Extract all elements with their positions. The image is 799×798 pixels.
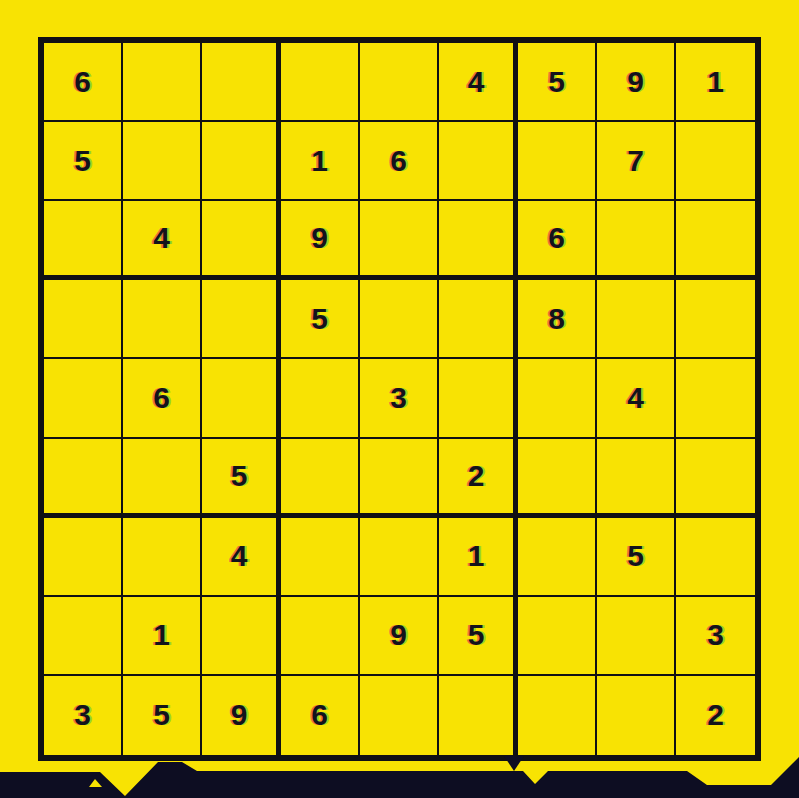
cell-r7c4[interactable] — [281, 518, 360, 597]
cell-r8c7[interactable] — [518, 597, 597, 676]
given-digit: 8 — [548, 304, 565, 334]
cell-r1c7[interactable]: 5 — [518, 43, 597, 122]
cell-r4c4[interactable]: 5 — [281, 280, 360, 359]
band-notch-wedge — [504, 756, 524, 771]
given-digit: 4 — [627, 383, 644, 413]
cell-r1c1[interactable]: 6 — [44, 43, 123, 122]
cell-r3c5[interactable] — [360, 201, 439, 280]
cell-r1c5[interactable] — [360, 43, 439, 122]
cell-r3c7[interactable]: 6 — [518, 201, 597, 280]
cell-r7c3[interactable]: 4 — [202, 518, 281, 597]
cell-r7c9[interactable] — [676, 518, 755, 597]
cell-r4c3[interactable] — [202, 280, 281, 359]
given-digit: 5 — [231, 461, 248, 491]
cell-r9c1[interactable]: 3 — [44, 676, 123, 755]
given-digit: 4 — [153, 223, 170, 253]
cell-r3c4[interactable]: 9 — [281, 201, 360, 280]
cell-r5c6[interactable] — [439, 359, 518, 438]
cell-r2c7[interactable] — [518, 122, 597, 201]
sudoku-page: 6459151674965863452415195335962 — [0, 0, 799, 798]
cell-r3c2[interactable]: 4 — [123, 201, 202, 280]
cell-r8c5[interactable]: 9 — [360, 597, 439, 676]
cell-r2c9[interactable] — [676, 122, 755, 201]
cell-r4c7[interactable]: 8 — [518, 280, 597, 359]
cell-r6c7[interactable] — [518, 439, 597, 518]
cell-r1c6[interactable]: 4 — [439, 43, 518, 122]
cell-r7c7[interactable] — [518, 518, 597, 597]
cell-r7c2[interactable] — [123, 518, 202, 597]
cell-r8c1[interactable] — [44, 597, 123, 676]
cell-r3c1[interactable] — [44, 201, 123, 280]
cell-r5c2[interactable]: 6 — [123, 359, 202, 438]
cell-r8c3[interactable] — [202, 597, 281, 676]
cell-r4c2[interactable] — [123, 280, 202, 359]
given-digit: 6 — [311, 700, 328, 730]
cell-r4c8[interactable] — [597, 280, 676, 359]
cell-r9c4[interactable]: 6 — [281, 676, 360, 755]
cell-r5c7[interactable] — [518, 359, 597, 438]
cell-r6c8[interactable] — [597, 439, 676, 518]
cell-r3c3[interactable] — [202, 201, 281, 280]
cell-r9c6[interactable] — [439, 676, 518, 755]
cell-r9c3[interactable]: 9 — [202, 676, 281, 755]
given-digit: 5 — [311, 304, 328, 334]
cell-r5c1[interactable] — [44, 359, 123, 438]
cell-r2c5[interactable]: 6 — [360, 122, 439, 201]
given-digit: 1 — [311, 146, 328, 176]
cell-r8c4[interactable] — [281, 597, 360, 676]
sudoku-board: 6459151674965863452415195335962 — [38, 37, 761, 761]
cell-r9c7[interactable] — [518, 676, 597, 755]
given-digit: 6 — [548, 223, 565, 253]
band-dark-shape — [0, 757, 799, 798]
given-digit: 4 — [231, 541, 248, 571]
cell-r2c4[interactable]: 1 — [281, 122, 360, 201]
cell-r9c5[interactable] — [360, 676, 439, 755]
cell-r7c1[interactable] — [44, 518, 123, 597]
given-digit: 1 — [153, 620, 170, 650]
cell-r4c1[interactable] — [44, 280, 123, 359]
cell-r3c8[interactable] — [597, 201, 676, 280]
cell-r2c3[interactable] — [202, 122, 281, 201]
given-digit: 5 — [468, 620, 485, 650]
given-digit: 1 — [468, 541, 485, 571]
cell-r5c9[interactable] — [676, 359, 755, 438]
given-digit: 5 — [627, 541, 644, 571]
cell-r4c5[interactable] — [360, 280, 439, 359]
cell-r8c6[interactable]: 5 — [439, 597, 518, 676]
given-digit: 3 — [74, 700, 91, 730]
cell-r6c3[interactable]: 5 — [202, 439, 281, 518]
cell-r6c5[interactable] — [360, 439, 439, 518]
cell-r7c5[interactable] — [360, 518, 439, 597]
cell-r1c8[interactable]: 9 — [597, 43, 676, 122]
given-digit: 3 — [707, 620, 724, 650]
cell-r5c4[interactable] — [281, 359, 360, 438]
cell-r2c1[interactable]: 5 — [44, 122, 123, 201]
cell-r7c8[interactable]: 5 — [597, 518, 676, 597]
cell-r8c9[interactable]: 3 — [676, 597, 755, 676]
given-digit: 5 — [74, 146, 91, 176]
cell-r4c9[interactable] — [676, 280, 755, 359]
cell-r6c6[interactable]: 2 — [439, 439, 518, 518]
given-digit: 1 — [707, 67, 724, 97]
given-digit: 9 — [627, 67, 644, 97]
given-digit: 9 — [390, 620, 407, 650]
cell-r5c3[interactable] — [202, 359, 281, 438]
given-digit: 2 — [468, 461, 485, 491]
cell-r5c5[interactable]: 3 — [360, 359, 439, 438]
cell-r4c6[interactable] — [439, 280, 518, 359]
cell-r1c3[interactable] — [202, 43, 281, 122]
given-digit: 2 — [707, 700, 724, 730]
given-digit: 6 — [74, 67, 91, 97]
given-digit: 3 — [390, 383, 407, 413]
decorative-bottom-band — [0, 752, 799, 798]
cell-r7c6[interactable]: 1 — [439, 518, 518, 597]
given-digit: 5 — [153, 700, 170, 730]
cell-r3c9[interactable] — [676, 201, 755, 280]
cell-r2c2[interactable] — [123, 122, 202, 201]
cell-r5c8[interactable]: 4 — [597, 359, 676, 438]
cell-r6c9[interactable] — [676, 439, 755, 518]
given-digit: 7 — [627, 146, 644, 176]
given-digit: 6 — [390, 146, 407, 176]
cell-r1c9[interactable]: 1 — [676, 43, 755, 122]
cell-r6c1[interactable] — [44, 439, 123, 518]
cell-r6c4[interactable] — [281, 439, 360, 518]
given-digit: 9 — [231, 700, 248, 730]
cell-r8c2[interactable]: 1 — [123, 597, 202, 676]
cell-r1c2[interactable] — [123, 43, 202, 122]
cell-r2c8[interactable]: 7 — [597, 122, 676, 201]
given-digit: 5 — [548, 67, 565, 97]
cell-r1c4[interactable] — [281, 43, 360, 122]
cell-r3c6[interactable] — [439, 201, 518, 280]
given-digit: 6 — [153, 383, 170, 413]
cell-r9c9[interactable]: 2 — [676, 676, 755, 755]
cell-r9c8[interactable] — [597, 676, 676, 755]
cell-r9c2[interactable]: 5 — [123, 676, 202, 755]
cell-r2c6[interactable] — [439, 122, 518, 201]
cell-r6c2[interactable] — [123, 439, 202, 518]
given-digit: 4 — [468, 67, 485, 97]
given-digit: 9 — [311, 223, 328, 253]
cell-r8c8[interactable] — [597, 597, 676, 676]
